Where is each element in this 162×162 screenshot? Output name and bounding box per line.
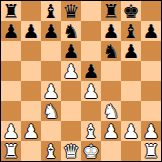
piece-black-rook[interactable]: ♜	[102, 1, 119, 21]
piece-white-bishop[interactable]: ♝	[82, 121, 99, 141]
square-d3[interactable]	[61, 101, 81, 121]
square-h4[interactable]	[141, 81, 161, 101]
square-h8[interactable]	[141, 1, 161, 21]
square-c8[interactable]: ♝	[41, 1, 61, 21]
square-g5[interactable]	[121, 61, 141, 81]
square-g8[interactable]: ♚	[121, 1, 141, 21]
square-g6[interactable]: ♟	[121, 41, 141, 61]
piece-black-rook[interactable]: ♜	[2, 1, 19, 21]
square-e8[interactable]	[81, 1, 101, 21]
square-e7[interactable]	[81, 21, 101, 41]
square-c4[interactable]: ♟	[41, 81, 61, 101]
square-f4[interactable]	[101, 81, 121, 101]
square-g2[interactable]: ♟	[121, 121, 141, 141]
piece-black-queen[interactable]: ♛	[62, 1, 79, 21]
square-b8[interactable]	[21, 1, 41, 21]
square-a2[interactable]: ♟	[1, 121, 21, 141]
square-f1[interactable]	[101, 141, 121, 161]
chess-board: ♜♝♛♜♚♟♟♟♞♟♝♟♟♞♟♟♟♟♟♞♞♟♟♝♟♟♟♜♝♛♚♜	[1, 1, 161, 161]
square-h6[interactable]	[141, 41, 161, 61]
square-f8[interactable]: ♜	[101, 1, 121, 21]
piece-black-pawn[interactable]: ♟	[142, 21, 159, 41]
square-b4[interactable]	[21, 81, 41, 101]
square-a1[interactable]: ♜	[1, 141, 21, 161]
square-d4[interactable]	[61, 81, 81, 101]
piece-white-pawn[interactable]: ♟	[42, 81, 59, 101]
square-a6[interactable]	[1, 41, 21, 61]
piece-black-pawn[interactable]: ♟	[22, 21, 39, 41]
square-h1[interactable]: ♜	[141, 141, 161, 161]
square-b1[interactable]	[21, 141, 41, 161]
piece-black-pawn[interactable]: ♟	[122, 41, 139, 61]
piece-black-pawn[interactable]: ♟	[82, 61, 99, 81]
square-d7[interactable]: ♞	[61, 21, 81, 41]
piece-black-pawn[interactable]: ♟	[42, 21, 59, 41]
square-h2[interactable]: ♟	[141, 121, 161, 141]
square-e1[interactable]: ♚	[81, 141, 101, 161]
square-d5[interactable]: ♟	[61, 61, 81, 81]
chess-board-frame: ♜♝♛♜♚♟♟♟♞♟♝♟♟♞♟♟♟♟♟♞♞♟♟♝♟♟♟♜♝♛♚♜	[0, 0, 162, 162]
square-a3[interactable]	[1, 101, 21, 121]
square-a8[interactable]: ♜	[1, 1, 21, 21]
piece-white-knight[interactable]: ♞	[42, 101, 59, 121]
square-c5[interactable]	[41, 61, 61, 81]
piece-white-pawn[interactable]: ♟	[62, 61, 79, 81]
square-b5[interactable]	[21, 61, 41, 81]
square-f6[interactable]: ♞	[101, 41, 121, 61]
piece-white-knight[interactable]: ♞	[102, 101, 119, 121]
square-g3[interactable]	[121, 101, 141, 121]
square-c2[interactable]	[41, 121, 61, 141]
square-g4[interactable]	[121, 81, 141, 101]
square-d2[interactable]	[61, 121, 81, 141]
square-e6[interactable]	[81, 41, 101, 61]
piece-black-pawn[interactable]: ♟	[102, 21, 119, 41]
piece-white-bishop[interactable]: ♝	[42, 141, 59, 161]
square-e2[interactable]: ♝	[81, 121, 101, 141]
piece-white-pawn[interactable]: ♟	[122, 121, 139, 141]
square-g7[interactable]: ♝	[121, 21, 141, 41]
piece-black-king[interactable]: ♚	[122, 1, 139, 21]
piece-black-pawn[interactable]: ♟	[62, 41, 79, 61]
piece-white-rook[interactable]: ♜	[142, 141, 159, 161]
piece-white-pawn[interactable]: ♟	[82, 81, 99, 101]
piece-white-pawn[interactable]: ♟	[142, 121, 159, 141]
piece-black-bishop[interactable]: ♝	[42, 1, 59, 21]
square-b2[interactable]: ♟	[21, 121, 41, 141]
square-e3[interactable]	[81, 101, 101, 121]
square-c6[interactable]	[41, 41, 61, 61]
piece-white-king[interactable]: ♚	[82, 141, 99, 161]
piece-black-bishop[interactable]: ♝	[122, 21, 139, 41]
piece-black-knight[interactable]: ♞	[62, 21, 79, 41]
square-d6[interactable]: ♟	[61, 41, 81, 61]
square-c7[interactable]: ♟	[41, 21, 61, 41]
square-c1[interactable]: ♝	[41, 141, 61, 161]
piece-black-knight[interactable]: ♞	[102, 41, 119, 61]
square-b7[interactable]: ♟	[21, 21, 41, 41]
square-h3[interactable]	[141, 101, 161, 121]
square-e5[interactable]: ♟	[81, 61, 101, 81]
square-b6[interactable]	[21, 41, 41, 61]
square-f3[interactable]: ♞	[101, 101, 121, 121]
square-h7[interactable]: ♟	[141, 21, 161, 41]
square-c3[interactable]: ♞	[41, 101, 61, 121]
piece-white-pawn[interactable]: ♟	[2, 121, 19, 141]
piece-white-rook[interactable]: ♜	[2, 141, 19, 161]
piece-white-pawn[interactable]: ♟	[102, 121, 119, 141]
square-f7[interactable]: ♟	[101, 21, 121, 41]
square-a7[interactable]: ♟	[1, 21, 21, 41]
square-f5[interactable]	[101, 61, 121, 81]
square-g1[interactable]	[121, 141, 141, 161]
square-d1[interactable]: ♛	[61, 141, 81, 161]
square-e4[interactable]: ♟	[81, 81, 101, 101]
square-h5[interactable]	[141, 61, 161, 81]
square-f2[interactable]: ♟	[101, 121, 121, 141]
piece-white-queen[interactable]: ♛	[62, 141, 79, 161]
square-a5[interactable]	[1, 61, 21, 81]
piece-black-pawn[interactable]: ♟	[2, 21, 19, 41]
square-b3[interactable]	[21, 101, 41, 121]
square-a4[interactable]	[1, 81, 21, 101]
piece-white-pawn[interactable]: ♟	[22, 121, 39, 141]
square-d8[interactable]: ♛	[61, 1, 81, 21]
